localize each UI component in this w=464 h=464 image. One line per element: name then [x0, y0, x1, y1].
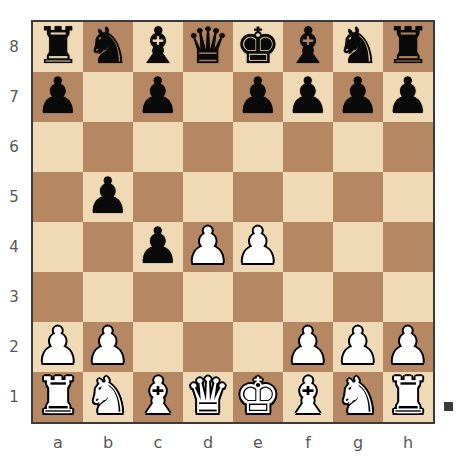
chess-board: ♜♞♝♛♚♝♞♜♟♟♟♟♟♟♟♟♟♟♟♟♟♟♟♜♞♝♛♚♝♞♜ — [31, 20, 435, 424]
square-c2[interactable] — [133, 322, 183, 372]
black-king: ♚ — [236, 21, 281, 71]
white-pawn: ♟ — [386, 321, 431, 371]
square-h8[interactable]: ♜ — [383, 22, 433, 72]
square-d5[interactable] — [183, 172, 233, 222]
square-c6[interactable] — [133, 122, 183, 172]
white-bishop: ♝ — [136, 371, 181, 421]
square-f7[interactable]: ♟ — [283, 72, 333, 122]
square-b5[interactable]: ♟ — [83, 172, 133, 222]
rank-label-5: 5 — [0, 172, 28, 222]
black-pawn: ♟ — [386, 71, 431, 121]
side-to-move-indicator — [444, 402, 453, 411]
square-f1[interactable]: ♝ — [283, 372, 333, 422]
white-rook: ♜ — [386, 371, 431, 421]
black-pawn: ♟ — [286, 71, 331, 121]
white-queen: ♛ — [186, 371, 231, 421]
black-rook: ♜ — [386, 21, 431, 71]
black-pawn: ♟ — [136, 71, 181, 121]
square-a8[interactable]: ♜ — [33, 22, 83, 72]
square-g6[interactable] — [333, 122, 383, 172]
white-pawn: ♟ — [286, 321, 331, 371]
square-a6[interactable] — [33, 122, 83, 172]
square-g8[interactable]: ♞ — [333, 22, 383, 72]
square-d3[interactable] — [183, 272, 233, 322]
rank-labels: 8 7 6 5 4 3 2 1 — [0, 22, 28, 422]
square-e7[interactable]: ♟ — [233, 72, 283, 122]
square-a4[interactable] — [33, 222, 83, 272]
square-f2[interactable]: ♟ — [283, 322, 333, 372]
square-b3[interactable] — [83, 272, 133, 322]
square-e6[interactable] — [233, 122, 283, 172]
white-knight: ♞ — [336, 371, 381, 421]
square-h7[interactable]: ♟ — [383, 72, 433, 122]
square-d1[interactable]: ♛ — [183, 372, 233, 422]
square-c3[interactable] — [133, 272, 183, 322]
square-e3[interactable] — [233, 272, 283, 322]
rank-label-4: 4 — [0, 222, 28, 272]
square-f8[interactable]: ♝ — [283, 22, 333, 72]
square-e8[interactable]: ♚ — [233, 22, 283, 72]
page: 8 7 6 5 4 3 2 1 ♜♞♝♛♚♝♞♜♟♟♟♟♟♟♟♟♟♟♟♟♟♟♟♜… — [0, 0, 464, 464]
white-pawn: ♟ — [336, 321, 381, 371]
white-rook: ♜ — [36, 371, 81, 421]
square-d7[interactable] — [183, 72, 233, 122]
square-b8[interactable]: ♞ — [83, 22, 133, 72]
square-c8[interactable]: ♝ — [133, 22, 183, 72]
rank-label-1: 1 — [0, 372, 28, 422]
file-label-e: e — [233, 432, 283, 452]
square-a5[interactable] — [33, 172, 83, 222]
square-g1[interactable]: ♞ — [333, 372, 383, 422]
square-f5[interactable] — [283, 172, 333, 222]
square-h3[interactable] — [383, 272, 433, 322]
square-a1[interactable]: ♜ — [33, 372, 83, 422]
square-f3[interactable] — [283, 272, 333, 322]
white-pawn: ♟ — [236, 221, 281, 271]
square-e2[interactable] — [233, 322, 283, 372]
square-e1[interactable]: ♚ — [233, 372, 283, 422]
square-g3[interactable] — [333, 272, 383, 322]
white-knight: ♞ — [86, 371, 131, 421]
square-b7[interactable] — [83, 72, 133, 122]
black-pawn: ♟ — [86, 171, 131, 221]
square-h4[interactable] — [383, 222, 433, 272]
file-label-f: f — [283, 432, 333, 452]
square-b4[interactable] — [83, 222, 133, 272]
black-queen: ♛ — [186, 21, 231, 71]
file-label-h: h — [383, 432, 433, 452]
rank-label-6: 6 — [0, 122, 28, 172]
square-d6[interactable] — [183, 122, 233, 172]
square-a7[interactable]: ♟ — [33, 72, 83, 122]
file-label-c: c — [133, 432, 183, 452]
square-c4[interactable]: ♟ — [133, 222, 183, 272]
file-label-d: d — [183, 432, 233, 452]
rank-label-3: 3 — [0, 272, 28, 322]
square-h2[interactable]: ♟ — [383, 322, 433, 372]
white-pawn: ♟ — [186, 221, 231, 271]
square-g4[interactable] — [333, 222, 383, 272]
black-pawn: ♟ — [36, 71, 81, 121]
file-labels: a b c d e f g h — [33, 432, 433, 452]
white-pawn: ♟ — [36, 321, 81, 371]
white-king: ♚ — [236, 371, 281, 421]
rank-label-7: 7 — [0, 72, 28, 122]
black-bishop: ♝ — [286, 21, 331, 71]
rank-label-8: 8 — [0, 22, 28, 72]
square-d8[interactable]: ♛ — [183, 22, 233, 72]
black-knight: ♞ — [86, 21, 131, 71]
square-g7[interactable]: ♟ — [333, 72, 383, 122]
square-c5[interactable] — [133, 172, 183, 222]
square-f6[interactable] — [283, 122, 333, 172]
black-rook: ♜ — [36, 21, 81, 71]
square-g5[interactable] — [333, 172, 383, 222]
square-b6[interactable] — [83, 122, 133, 172]
square-a2[interactable]: ♟ — [33, 322, 83, 372]
square-h6[interactable] — [383, 122, 433, 172]
black-knight: ♞ — [336, 21, 381, 71]
square-d2[interactable] — [183, 322, 233, 372]
square-e5[interactable] — [233, 172, 283, 222]
square-b1[interactable]: ♞ — [83, 372, 133, 422]
square-e4[interactable]: ♟ — [233, 222, 283, 272]
square-b2[interactable]: ♟ — [83, 322, 133, 372]
black-pawn: ♟ — [236, 71, 281, 121]
file-label-b: b — [83, 432, 133, 452]
black-pawn: ♟ — [336, 71, 381, 121]
square-h5[interactable] — [383, 172, 433, 222]
black-pawn: ♟ — [136, 221, 181, 271]
square-c1[interactable]: ♝ — [133, 372, 183, 422]
rank-label-2: 2 — [0, 322, 28, 372]
file-label-g: g — [333, 432, 383, 452]
black-bishop: ♝ — [136, 21, 181, 71]
square-a3[interactable] — [33, 272, 83, 322]
square-f4[interactable] — [283, 222, 333, 272]
white-pawn: ♟ — [86, 321, 131, 371]
white-bishop: ♝ — [286, 371, 331, 421]
square-h1[interactable]: ♜ — [383, 372, 433, 422]
square-d4[interactable]: ♟ — [183, 222, 233, 272]
square-c7[interactable]: ♟ — [133, 72, 183, 122]
file-label-a: a — [33, 432, 83, 452]
square-g2[interactable]: ♟ — [333, 322, 383, 372]
